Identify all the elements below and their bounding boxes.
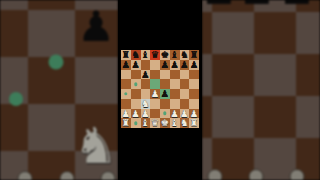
square-d1[interactable]: ♛ [150, 118, 160, 128]
bg-square [212, 12, 254, 54]
bg-square [212, 96, 254, 138]
legal-move-dot [134, 82, 137, 85]
bg-square [28, 104, 75, 151]
square-b2[interactable]: ♟ [131, 109, 141, 119]
square-f4[interactable] [170, 89, 180, 99]
piece-black-queen-d8: ♛ [150, 50, 160, 60]
bg-white-pawn-top [208, 169, 223, 180]
bg-green-dot [49, 55, 64, 70]
square-h1[interactable]: ♜ [189, 118, 199, 128]
square-e1[interactable]: ♚ [160, 118, 170, 128]
square-b7[interactable]: ♟ [131, 60, 141, 70]
square-g5[interactable] [180, 79, 190, 89]
bg-square [254, 54, 296, 96]
piece-white-pawn-b2: ♟ [131, 109, 141, 119]
bg-square [212, 54, 254, 96]
square-b1[interactable] [131, 118, 141, 128]
piece-black-pawn-b7: ♟ [131, 60, 141, 70]
square-f6[interactable] [170, 70, 180, 80]
bg-square [0, 0, 28, 10]
bg-square [202, 54, 212, 96]
bg-square [202, 12, 212, 54]
piece-white-queen-d1: ♛ [150, 118, 160, 128]
square-c6[interactable]: ♟ [141, 70, 151, 80]
square-a1[interactable]: ♜ [121, 118, 131, 128]
piece-black-pawn-e7: ♟ [160, 60, 170, 70]
piece-black-pawn-c6: ♟ [141, 70, 151, 80]
square-e7[interactable]: ♟ [160, 60, 170, 70]
square-e6[interactable] [160, 70, 170, 80]
bg-piece-black-pawn: ♟ [77, 6, 115, 48]
bg-white-pawn-top [249, 169, 264, 180]
bg-white-pawn-top [290, 169, 305, 180]
bg-square [296, 96, 320, 138]
legal-move-dot [163, 112, 166, 115]
bg-square [28, 10, 75, 57]
square-d6[interactable] [150, 70, 160, 80]
square-h5[interactable] [189, 79, 199, 89]
square-b4[interactable] [131, 89, 141, 99]
square-g1[interactable]: ♞ [180, 118, 190, 128]
square-g6[interactable] [180, 70, 190, 80]
background-board-right: ♟♟♟ [202, 0, 320, 180]
bg-piece-black-pawn: ♟ [279, 0, 315, 10]
square-a7[interactable]: ♟ [121, 60, 131, 70]
bg-square [0, 10, 28, 57]
square-d8[interactable]: ♛ [150, 50, 160, 60]
bg-square [75, 57, 118, 104]
piece-black-pawn-f7: ♟ [170, 60, 180, 70]
bg-piece-black-pawn: ♟ [239, 0, 275, 10]
square-g7[interactable]: ♟ [180, 60, 190, 70]
square-h4[interactable] [189, 89, 199, 99]
square-h6[interactable] [189, 70, 199, 80]
square-b5[interactable] [131, 79, 141, 89]
chess-board: ♜♞♝♛♚♝♞♜♟♟♟♟♟♟♟♟♟♞♟♟♟♟♟♟♜♝♛♚♝♞♜ [121, 50, 199, 128]
legal-move-dot [134, 121, 137, 124]
bg-white-pawn-top [101, 171, 116, 180]
square-h7[interactable]: ♟ [189, 60, 199, 70]
bg-white-pawn-top [18, 171, 33, 180]
bg-square [28, 0, 75, 10]
legal-move-dot [124, 92, 127, 95]
bg-square [0, 104, 28, 151]
bg-square [296, 12, 320, 54]
square-c5[interactable] [141, 79, 151, 89]
square-e4[interactable]: ♟ [160, 89, 170, 99]
square-e3[interactable] [160, 99, 170, 109]
bg-white-pawn-top [60, 171, 75, 180]
piece-white-king-e1: ♚ [160, 118, 170, 128]
square-a5[interactable] [121, 79, 131, 89]
square-f5[interactable] [170, 79, 180, 89]
piece-black-pawn-g7: ♟ [180, 60, 190, 70]
square-d4[interactable]: ♟ [150, 89, 160, 99]
background-board-left: ♟♞ [0, 0, 118, 180]
piece-black-pawn-e4: ♟ [160, 89, 170, 99]
bg-square [202, 96, 212, 138]
bg-green-dot [9, 92, 23, 106]
square-c8[interactable]: ♝ [141, 50, 151, 60]
square-b6[interactable] [131, 70, 141, 80]
square-c1[interactable]: ♝ [141, 118, 151, 128]
piece-black-pawn-a7: ♟ [121, 60, 131, 70]
square-d7[interactable] [150, 60, 160, 70]
piece-white-rook-h1: ♜ [189, 118, 199, 128]
piece-black-pawn-h7: ♟ [189, 60, 199, 70]
video-frame: ♟♞ ♟♟♟ ♜♞♝♛♚♝♞♜♟♟♟♟♟♟♟♟♟♞♟♟♟♟♟♟♜♝♛♚♝♞♜ [0, 0, 320, 180]
square-a4[interactable] [121, 89, 131, 99]
piece-white-pawn-d4: ♟ [150, 89, 160, 99]
square-g4[interactable] [180, 89, 190, 99]
piece-white-rook-a1: ♜ [121, 118, 131, 128]
square-a6[interactable] [121, 70, 131, 80]
bg-square [254, 12, 296, 54]
bg-square [254, 96, 296, 138]
piece-black-bishop-c8: ♝ [141, 50, 151, 60]
video-content-column: ♜♞♝♛♚♝♞♜♟♟♟♟♟♟♟♟♟♞♟♟♟♟♟♟♜♝♛♚♝♞♜ [118, 0, 202, 180]
square-f7[interactable]: ♟ [170, 60, 180, 70]
bg-piece-black-pawn: ♟ [202, 0, 237, 10]
bg-piece-white-knight: ♞ [74, 121, 118, 171]
piece-white-knight-g1: ♞ [180, 118, 190, 128]
piece-white-bishop-f1: ♝ [170, 118, 180, 128]
square-f1[interactable]: ♝ [170, 118, 180, 128]
bg-square [296, 54, 320, 96]
piece-white-bishop-c1: ♝ [141, 118, 151, 128]
square-d3[interactable] [150, 99, 160, 109]
